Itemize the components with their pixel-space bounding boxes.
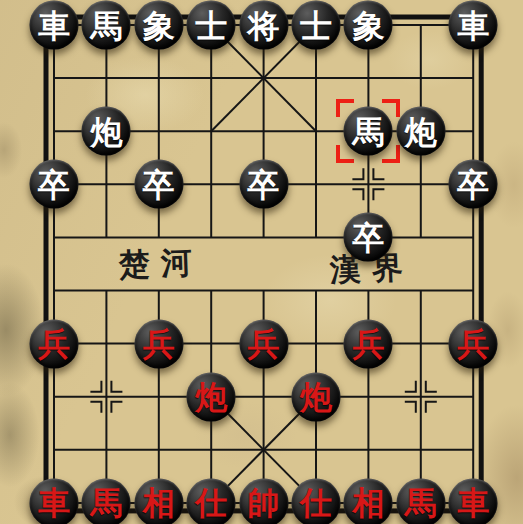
- star-point-marker: [90, 402, 101, 413]
- piece-black-soldier[interactable]: 卒: [134, 160, 183, 209]
- star-point-marker: [426, 381, 437, 392]
- piece-black-soldier[interactable]: 卒: [449, 160, 498, 209]
- piece-red-general[interactable]: 帥: [239, 478, 288, 524]
- piece-red-soldier[interactable]: 兵: [239, 319, 288, 368]
- piece-red-cannon[interactable]: 炮: [187, 372, 236, 421]
- star-point-marker: [373, 189, 384, 200]
- star-point-marker: [405, 381, 416, 392]
- piece-red-advisor[interactable]: 仕: [292, 478, 341, 524]
- piece-red-chariot[interactable]: 車: [30, 478, 79, 524]
- piece-black-soldier[interactable]: 卒: [30, 160, 79, 209]
- piece-black-soldier[interactable]: 卒: [344, 213, 393, 262]
- piece-black-cannon[interactable]: 炮: [396, 107, 445, 156]
- piece-black-advisor[interactable]: 士: [187, 1, 236, 50]
- piece-black-chariot[interactable]: 車: [30, 1, 79, 50]
- piece-black-soldier[interactable]: 卒: [239, 160, 288, 209]
- piece-red-soldier[interactable]: 兵: [344, 319, 393, 368]
- star-point-marker: [373, 168, 384, 179]
- star-point-marker: [352, 189, 363, 200]
- piece-red-soldier[interactable]: 兵: [449, 319, 498, 368]
- piece-black-advisor[interactable]: 士: [292, 1, 341, 50]
- piece-red-soldier[interactable]: 兵: [30, 319, 79, 368]
- piece-black-horse[interactable]: 馬: [344, 107, 393, 156]
- piece-red-horse[interactable]: 馬: [396, 478, 445, 524]
- xiangqi-board: 楚河 漢界 車馬象士将士象車炮馬炮卒卒卒卒卒兵兵兵兵兵炮炮車馬相仕帥仕相馬車: [0, 0, 523, 524]
- piece-red-cannon[interactable]: 炮: [292, 372, 341, 421]
- board-grid: [0, 0, 523, 524]
- piece-black-elephant[interactable]: 象: [344, 1, 393, 50]
- star-point-marker: [426, 402, 437, 413]
- piece-black-general[interactable]: 将: [239, 1, 288, 50]
- piece-black-cannon[interactable]: 炮: [82, 107, 131, 156]
- star-point-marker: [352, 168, 363, 179]
- piece-red-elephant[interactable]: 相: [344, 478, 393, 524]
- piece-red-advisor[interactable]: 仕: [187, 478, 236, 524]
- piece-black-elephant[interactable]: 象: [134, 1, 183, 50]
- star-point-marker: [405, 402, 416, 413]
- piece-red-soldier[interactable]: 兵: [134, 319, 183, 368]
- star-point-marker: [90, 381, 101, 392]
- river-label-chu-he: 楚河: [118, 242, 203, 287]
- piece-red-chariot[interactable]: 車: [449, 478, 498, 524]
- star-point-marker: [111, 402, 122, 413]
- piece-black-horse[interactable]: 馬: [82, 1, 131, 50]
- star-point-marker: [111, 381, 122, 392]
- piece-red-elephant[interactable]: 相: [134, 478, 183, 524]
- piece-black-chariot[interactable]: 車: [449, 1, 498, 50]
- piece-red-horse[interactable]: 馬: [82, 478, 131, 524]
